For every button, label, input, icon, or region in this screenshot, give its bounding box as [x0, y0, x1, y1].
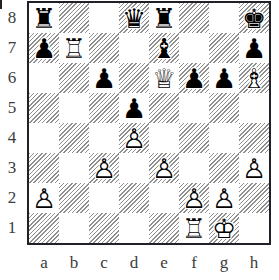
piece-black-pawn-c6[interactable]: ♟♟	[89, 63, 119, 93]
piece-glyph: ♜	[29, 3, 59, 33]
square-h4[interactable]	[239, 123, 269, 153]
piece-glyph: ♙	[209, 183, 239, 213]
piece-white-pawn-c3[interactable]: ♟♙	[89, 153, 119, 183]
square-c8[interactable]	[89, 3, 119, 33]
square-e1[interactable]	[149, 213, 179, 243]
piece-glyph: ♖	[179, 213, 209, 243]
piece-glyph: ♟	[29, 33, 59, 63]
rank-label-7: 7	[0, 33, 24, 63]
piece-white-pawn-h3[interactable]: ♟♙	[239, 153, 269, 183]
piece-glyph: ♟	[209, 63, 239, 93]
piece-glyph: ♟	[179, 63, 209, 93]
piece-glyph: ♙	[179, 183, 209, 213]
piece-glyph: ♖	[59, 33, 89, 63]
square-c3[interactable]: ♟♙	[89, 153, 119, 183]
piece-black-rook-a8[interactable]: ♜♜	[29, 3, 59, 33]
piece-black-king-h8[interactable]: ♚♚	[239, 3, 269, 33]
piece-glyph: ♔	[209, 213, 239, 243]
square-a2[interactable]: ♟♙	[29, 183, 59, 213]
piece-black-bishop-e7[interactable]: ♝♝	[149, 33, 179, 63]
piece-white-pawn-f2[interactable]: ♟♙	[179, 183, 209, 213]
piece-white-queen-e6[interactable]: ♛♕	[149, 63, 179, 93]
piece-glyph: ♙	[29, 183, 59, 213]
square-f1[interactable]: ♜♖	[179, 213, 209, 243]
piece-white-bishop-h6[interactable]: ♝♗	[239, 63, 269, 93]
square-a4[interactable]	[29, 123, 59, 153]
piece-black-pawn-h7[interactable]: ♟♟	[239, 33, 269, 63]
piece-white-pawn-a2[interactable]: ♟♙	[29, 183, 59, 213]
piece-glyph: ♙	[239, 153, 269, 183]
piece-white-rook-f1[interactable]: ♜♖	[179, 213, 209, 243]
file-labels-row: abcdefgh	[29, 250, 269, 276]
square-h1[interactable]	[239, 213, 269, 243]
piece-white-king-g1[interactable]: ♚♔	[209, 213, 239, 243]
square-d7[interactable]	[119, 33, 149, 63]
file-label-g: g	[209, 250, 239, 276]
piece-white-pawn-d4[interactable]: ♟♙	[119, 123, 149, 153]
rank-labels-column: 87654321	[0, 3, 24, 243]
square-d6[interactable]	[119, 63, 149, 93]
square-f6[interactable]: ♟♟	[179, 63, 209, 93]
square-b4[interactable]	[59, 123, 89, 153]
rank-label-5: 5	[0, 93, 24, 123]
square-b5[interactable]	[59, 93, 89, 123]
square-e5[interactable]	[149, 93, 179, 123]
piece-glyph: ♕	[149, 63, 179, 93]
square-c7[interactable]	[89, 33, 119, 63]
square-g2[interactable]: ♟♙	[209, 183, 239, 213]
square-f2[interactable]: ♟♙	[179, 183, 209, 213]
piece-glyph: ♟	[119, 93, 149, 123]
square-c5[interactable]	[89, 93, 119, 123]
square-c4[interactable]	[89, 123, 119, 153]
piece-glyph: ♝	[149, 33, 179, 63]
square-g3[interactable]	[209, 153, 239, 183]
piece-glyph: ♙	[89, 153, 119, 183]
piece-black-pawn-g6[interactable]: ♟♟	[209, 63, 239, 93]
piece-glyph: ♙	[149, 153, 179, 183]
file-label-b: b	[59, 250, 89, 276]
square-c1[interactable]	[89, 213, 119, 243]
square-h5[interactable]	[239, 93, 269, 123]
square-a8[interactable]: ♜♜	[29, 3, 59, 33]
square-c2[interactable]	[89, 183, 119, 213]
rank-label-3: 3	[0, 153, 24, 183]
rank-label-1: 1	[0, 213, 24, 243]
file-label-c: c	[89, 250, 119, 276]
square-a5[interactable]	[29, 93, 59, 123]
square-g7[interactable]	[209, 33, 239, 63]
piece-white-pawn-e3[interactable]: ♟♙	[149, 153, 179, 183]
square-g8[interactable]	[209, 3, 239, 33]
file-label-d: d	[119, 250, 149, 276]
piece-glyph: ♚	[239, 3, 269, 33]
piece-glyph: ♟	[239, 33, 269, 63]
square-f4[interactable]	[179, 123, 209, 153]
rank-label-4: 4	[0, 123, 24, 153]
square-e8[interactable]: ♜♜	[149, 3, 179, 33]
square-d2[interactable]	[119, 183, 149, 213]
rank-label-2: 2	[0, 183, 24, 213]
square-b6[interactable]	[59, 63, 89, 93]
square-e3[interactable]: ♟♙	[149, 153, 179, 183]
square-g5[interactable]	[209, 93, 239, 123]
square-e2[interactable]	[149, 183, 179, 213]
square-d4[interactable]: ♟♙	[119, 123, 149, 153]
square-h7[interactable]: ♟♟	[239, 33, 269, 63]
piece-black-pawn-f6[interactable]: ♟♟	[179, 63, 209, 93]
square-b1[interactable]	[59, 213, 89, 243]
file-label-e: e	[149, 250, 179, 276]
square-g6[interactable]: ♟♟	[209, 63, 239, 93]
square-b7[interactable]: ♜♖	[59, 33, 89, 63]
square-a7[interactable]: ♟♟	[29, 33, 59, 63]
square-h6[interactable]: ♝♗	[239, 63, 269, 93]
square-a1[interactable]	[29, 213, 59, 243]
piece-black-rook-e8[interactable]: ♜♜	[149, 3, 179, 33]
file-label-f: f	[179, 250, 209, 276]
file-label-h: h	[239, 250, 269, 276]
square-g4[interactable]	[209, 123, 239, 153]
file-label-a: a	[29, 250, 59, 276]
square-e6[interactable]: ♛♕	[149, 63, 179, 93]
square-e4[interactable]	[149, 123, 179, 153]
piece-white-rook-b7[interactable]: ♜♖	[59, 33, 89, 63]
piece-black-pawn-a7[interactable]: ♟♟	[29, 33, 59, 63]
square-f5[interactable]	[179, 93, 209, 123]
piece-glyph: ♙	[119, 123, 149, 153]
square-e7[interactable]: ♝♝	[149, 33, 179, 63]
chess-board: ♜♜♛♛♜♜♚♚♟♟♜♖♝♝♟♟♟♟♛♕♟♟♟♟♝♗♟♟♟♙♟♙♟♙♟♙♟♙♟♙…	[27, 1, 271, 245]
square-a6[interactable]	[29, 63, 59, 93]
rank-label-6: 6	[0, 63, 24, 93]
piece-black-queen-d8[interactable]: ♛♛	[119, 3, 149, 33]
piece-black-pawn-d5[interactable]: ♟♟	[119, 93, 149, 123]
square-d5[interactable]: ♟♟	[119, 93, 149, 123]
square-c6[interactable]: ♟♟	[89, 63, 119, 93]
square-g1[interactable]: ♚♔	[209, 213, 239, 243]
square-f7[interactable]	[179, 33, 209, 63]
piece-glyph: ♟	[89, 63, 119, 93]
rank-label-8: 8	[0, 3, 24, 33]
square-h8[interactable]: ♚♚	[239, 3, 269, 33]
piece-white-pawn-g2[interactable]: ♟♙	[209, 183, 239, 213]
square-d3[interactable]	[119, 153, 149, 183]
square-d8[interactable]: ♛♛	[119, 3, 149, 33]
square-h3[interactable]: ♟♙	[239, 153, 269, 183]
square-b2[interactable]	[59, 183, 89, 213]
square-f3[interactable]	[179, 153, 209, 183]
square-b8[interactable]	[59, 3, 89, 33]
square-b3[interactable]	[59, 153, 89, 183]
square-d1[interactable]	[119, 213, 149, 243]
square-h2[interactable]	[239, 183, 269, 213]
piece-glyph: ♛	[119, 3, 149, 33]
square-f8[interactable]	[179, 3, 209, 33]
piece-glyph: ♜	[149, 3, 179, 33]
piece-glyph: ♗	[239, 63, 269, 93]
square-a3[interactable]	[29, 153, 59, 183]
